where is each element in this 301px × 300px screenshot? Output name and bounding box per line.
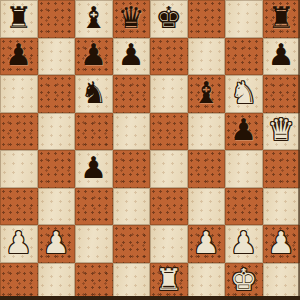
square-f1[interactable] [188, 263, 226, 300]
piece-black-pawn[interactable]: ♟ [80, 40, 107, 70]
square-d6[interactable] [113, 75, 151, 113]
square-e3[interactable] [150, 188, 188, 226]
square-g2[interactable]: ♟ [225, 225, 263, 263]
piece-black-bishop[interactable]: ♝ [193, 78, 220, 108]
square-d2[interactable] [113, 225, 151, 263]
piece-black-king[interactable]: ♚ [155, 3, 182, 33]
square-e7[interactable] [150, 38, 188, 76]
square-d4[interactable] [113, 150, 151, 188]
piece-black-rook[interactable]: ♜ [5, 3, 32, 33]
chess-board-container: ♜♝♛♚♜♟♟♟♟♞♝♞♟♛♟♟♟♟♟♟♜♚ [0, 0, 300, 300]
piece-white-pawn[interactable]: ♟ [5, 228, 32, 258]
piece-black-bishop[interactable]: ♝ [80, 3, 107, 33]
square-b6[interactable] [38, 75, 76, 113]
piece-white-pawn[interactable]: ♟ [43, 228, 70, 258]
square-b3[interactable] [38, 188, 76, 226]
piece-black-pawn[interactable]: ♟ [230, 115, 257, 145]
square-h7[interactable]: ♟ [263, 38, 301, 76]
square-a4[interactable] [0, 150, 38, 188]
square-c4[interactable]: ♟ [75, 150, 113, 188]
square-f7[interactable] [188, 38, 226, 76]
square-f4[interactable] [188, 150, 226, 188]
square-a6[interactable] [0, 75, 38, 113]
square-c7[interactable]: ♟ [75, 38, 113, 76]
square-c6[interactable]: ♞ [75, 75, 113, 113]
square-e4[interactable] [150, 150, 188, 188]
square-b4[interactable] [38, 150, 76, 188]
piece-white-pawn[interactable]: ♟ [268, 228, 295, 258]
square-f8[interactable] [188, 0, 226, 38]
square-b5[interactable] [38, 113, 76, 151]
square-c1[interactable] [75, 263, 113, 300]
square-b8[interactable] [38, 0, 76, 38]
square-f2[interactable]: ♟ [188, 225, 226, 263]
board-right-edge [298, 0, 300, 300]
square-a2[interactable]: ♟ [0, 225, 38, 263]
square-c3[interactable] [75, 188, 113, 226]
square-c5[interactable] [75, 113, 113, 151]
square-h4[interactable] [263, 150, 301, 188]
square-d7[interactable]: ♟ [113, 38, 151, 76]
square-b2[interactable]: ♟ [38, 225, 76, 263]
square-b7[interactable] [38, 38, 76, 76]
square-a8[interactable]: ♜ [0, 0, 38, 38]
piece-black-knight[interactable]: ♞ [80, 78, 107, 108]
piece-black-queen[interactable]: ♛ [118, 3, 145, 33]
square-a7[interactable]: ♟ [0, 38, 38, 76]
square-c8[interactable]: ♝ [75, 0, 113, 38]
piece-white-king[interactable]: ♚ [230, 265, 257, 295]
piece-white-pawn[interactable]: ♟ [230, 228, 257, 258]
square-g1[interactable]: ♚ [225, 263, 263, 300]
square-c2[interactable] [75, 225, 113, 263]
square-f6[interactable]: ♝ [188, 75, 226, 113]
square-e5[interactable] [150, 113, 188, 151]
piece-black-pawn[interactable]: ♟ [118, 40, 145, 70]
square-h5[interactable]: ♛ [263, 113, 301, 151]
square-h8[interactable]: ♜ [263, 0, 301, 38]
square-h1[interactable] [263, 263, 301, 300]
board-bottom-edge [0, 296, 300, 300]
square-a1[interactable] [0, 263, 38, 300]
square-e8[interactable]: ♚ [150, 0, 188, 38]
square-g8[interactable] [225, 0, 263, 38]
square-h2[interactable]: ♟ [263, 225, 301, 263]
piece-black-rook[interactable]: ♜ [268, 3, 295, 33]
square-g4[interactable] [225, 150, 263, 188]
square-g5[interactable]: ♟ [225, 113, 263, 151]
square-e1[interactable]: ♜ [150, 263, 188, 300]
piece-white-queen[interactable]: ♛ [268, 115, 295, 145]
square-h3[interactable] [263, 188, 301, 226]
square-d1[interactable] [113, 263, 151, 300]
piece-black-pawn[interactable]: ♟ [268, 40, 295, 70]
piece-white-rook[interactable]: ♜ [155, 265, 182, 295]
square-d5[interactable] [113, 113, 151, 151]
chess-board: ♜♝♛♚♜♟♟♟♟♞♝♞♟♛♟♟♟♟♟♟♜♚ [0, 0, 300, 300]
square-a5[interactable] [0, 113, 38, 151]
square-g3[interactable] [225, 188, 263, 226]
square-e6[interactable] [150, 75, 188, 113]
square-e2[interactable] [150, 225, 188, 263]
piece-white-pawn[interactable]: ♟ [193, 228, 220, 258]
piece-black-pawn[interactable]: ♟ [80, 153, 107, 183]
square-d3[interactable] [113, 188, 151, 226]
square-g7[interactable] [225, 38, 263, 76]
square-b1[interactable] [38, 263, 76, 300]
piece-black-pawn[interactable]: ♟ [5, 40, 32, 70]
square-h6[interactable] [263, 75, 301, 113]
square-a3[interactable] [0, 188, 38, 226]
square-f5[interactable] [188, 113, 226, 151]
square-f3[interactable] [188, 188, 226, 226]
square-d8[interactable]: ♛ [113, 0, 151, 38]
square-g6[interactable]: ♞ [225, 75, 263, 113]
piece-white-knight[interactable]: ♞ [230, 78, 257, 108]
